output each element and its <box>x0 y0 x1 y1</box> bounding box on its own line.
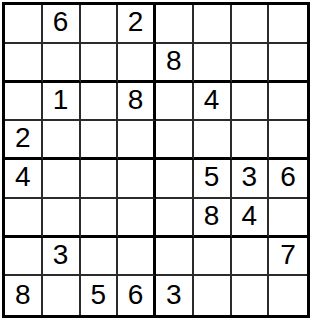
cell-r5c7[interactable]: 3 <box>232 160 270 199</box>
cell-r4c2[interactable] <box>43 121 81 160</box>
cell-r1c6[interactable] <box>194 5 232 44</box>
given-digit: 3 <box>53 241 69 269</box>
given-digit: 3 <box>166 281 182 309</box>
cell-r4c6[interactable] <box>194 121 232 160</box>
cell-r4c7[interactable] <box>232 121 270 160</box>
cell-r3c5[interactable] <box>156 83 194 122</box>
given-digit: 3 <box>242 163 258 191</box>
given-digit: 4 <box>15 163 31 191</box>
cell-r6c2[interactable] <box>43 199 81 238</box>
cell-r6c8[interactable] <box>269 199 307 238</box>
given-digit: 1 <box>53 86 69 114</box>
cell-r3c2[interactable]: 1 <box>43 83 81 122</box>
cell-r3c8[interactable] <box>269 83 307 122</box>
cell-r8c8[interactable] <box>269 276 307 315</box>
cell-r7c5[interactable] <box>156 238 194 277</box>
cell-r7c8[interactable]: 7 <box>269 238 307 277</box>
cell-r4c1[interactable]: 2 <box>5 121 43 160</box>
cell-r2c2[interactable] <box>43 44 81 83</box>
cell-r8c5[interactable]: 3 <box>156 276 194 315</box>
sudoku-page: 6281842453684378563 <box>0 0 312 320</box>
cell-r2c5[interactable]: 8 <box>156 44 194 83</box>
cell-r8c4[interactable]: 6 <box>118 276 156 315</box>
cell-r4c3[interactable] <box>81 121 119 160</box>
cell-r2c1[interactable] <box>5 44 43 83</box>
given-digit: 6 <box>280 163 296 191</box>
cell-r1c5[interactable] <box>156 5 194 44</box>
cell-r7c1[interactable] <box>5 238 43 277</box>
cell-r6c5[interactable] <box>156 199 194 238</box>
given-digit: 8 <box>204 202 220 230</box>
cell-r7c4[interactable] <box>118 238 156 277</box>
cell-r1c3[interactable] <box>81 5 119 44</box>
sudoku-board: 6281842453684378563 <box>2 2 310 318</box>
given-digit: 2 <box>128 8 144 36</box>
cell-r8c7[interactable] <box>232 276 270 315</box>
cell-r2c3[interactable] <box>81 44 119 83</box>
given-digit: 8 <box>166 47 182 75</box>
cell-r2c6[interactable] <box>194 44 232 83</box>
given-digit: 6 <box>128 281 144 309</box>
cell-r1c4[interactable]: 2 <box>118 5 156 44</box>
given-digit: 8 <box>15 281 31 309</box>
given-digit: 8 <box>128 86 144 114</box>
cell-r8c2[interactable] <box>43 276 81 315</box>
given-digit: 6 <box>53 8 69 36</box>
cell-r4c4[interactable] <box>118 121 156 160</box>
cell-r5c5[interactable] <box>156 160 194 199</box>
given-digit: 4 <box>242 202 258 230</box>
cell-r6c3[interactable] <box>81 199 119 238</box>
given-digit: 7 <box>280 241 296 269</box>
cell-r5c6[interactable]: 5 <box>194 160 232 199</box>
given-digit: 5 <box>204 163 220 191</box>
given-digit: 4 <box>204 86 220 114</box>
cell-r2c8[interactable] <box>269 44 307 83</box>
cell-r6c7[interactable]: 4 <box>232 199 270 238</box>
cell-r3c6[interactable]: 4 <box>194 83 232 122</box>
cell-r1c7[interactable] <box>232 5 270 44</box>
cell-r1c8[interactable] <box>269 5 307 44</box>
cell-r2c4[interactable] <box>118 44 156 83</box>
cell-r5c4[interactable] <box>118 160 156 199</box>
cell-r5c8[interactable]: 6 <box>269 160 307 199</box>
cell-r6c1[interactable] <box>5 199 43 238</box>
cell-r8c1[interactable]: 8 <box>5 276 43 315</box>
cell-r5c1[interactable]: 4 <box>5 160 43 199</box>
cell-r7c3[interactable] <box>81 238 119 277</box>
cell-r5c2[interactable] <box>43 160 81 199</box>
cell-r7c7[interactable] <box>232 238 270 277</box>
cell-r3c4[interactable]: 8 <box>118 83 156 122</box>
given-digit: 2 <box>15 124 31 152</box>
cell-r3c7[interactable] <box>232 83 270 122</box>
cell-r8c6[interactable] <box>194 276 232 315</box>
cell-r6c6[interactable]: 8 <box>194 199 232 238</box>
cell-r5c3[interactable] <box>81 160 119 199</box>
cell-r8c3[interactable]: 5 <box>81 276 119 315</box>
cell-r6c4[interactable] <box>118 199 156 238</box>
cell-r7c2[interactable]: 3 <box>43 238 81 277</box>
cell-r3c3[interactable] <box>81 83 119 122</box>
cell-r3c1[interactable] <box>5 83 43 122</box>
cell-r1c1[interactable] <box>5 5 43 44</box>
cell-r1c2[interactable]: 6 <box>43 5 81 44</box>
cell-r4c5[interactable] <box>156 121 194 160</box>
cell-r7c6[interactable] <box>194 238 232 277</box>
cell-r2c7[interactable] <box>232 44 270 83</box>
given-digit: 5 <box>91 281 107 309</box>
cell-r4c8[interactable] <box>269 121 307 160</box>
